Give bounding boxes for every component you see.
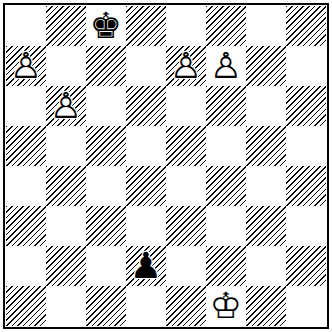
square-a6[interactable] — [6, 86, 46, 126]
square-f5[interactable] — [206, 126, 246, 166]
square-d2[interactable]: ♟♟ — [126, 246, 166, 286]
square-b2[interactable] — [46, 246, 86, 286]
square-b6[interactable]: ♟♙ — [46, 86, 86, 126]
square-a8[interactable] — [6, 6, 46, 46]
square-g1[interactable] — [246, 286, 286, 326]
square-g8[interactable] — [246, 6, 286, 46]
square-a5[interactable] — [6, 126, 46, 166]
square-c2[interactable] — [86, 246, 126, 286]
square-g4[interactable] — [246, 166, 286, 206]
square-e1[interactable] — [166, 286, 206, 326]
square-h6[interactable] — [286, 86, 326, 126]
square-c8[interactable]: ♚♚ — [86, 6, 126, 46]
piece-white-pawn[interactable]: ♙ — [46, 86, 86, 126]
piece-white-pawn[interactable]: ♙ — [206, 46, 246, 86]
piece-black-pawn[interactable]: ♟ — [126, 246, 166, 286]
square-e6[interactable] — [166, 86, 206, 126]
square-d6[interactable] — [126, 86, 166, 126]
square-f7[interactable]: ♟♙ — [206, 46, 246, 86]
square-h8[interactable] — [286, 6, 326, 46]
square-f1[interactable]: ♚♔ — [206, 286, 246, 326]
square-e5[interactable] — [166, 126, 206, 166]
square-g7[interactable] — [246, 46, 286, 86]
square-e7[interactable]: ♟♙ — [166, 46, 206, 86]
square-e4[interactable] — [166, 166, 206, 206]
square-c3[interactable] — [86, 206, 126, 246]
square-b3[interactable] — [46, 206, 86, 246]
board-frame: ♚♚♟♙♟♙♟♙♟♙♟♟♚♔ — [3, 3, 329, 329]
square-a7[interactable]: ♟♙ — [6, 46, 46, 86]
square-d7[interactable] — [126, 46, 166, 86]
piece-white-pawn[interactable]: ♙ — [6, 46, 46, 86]
square-d1[interactable] — [126, 286, 166, 326]
square-a2[interactable] — [6, 246, 46, 286]
square-h3[interactable] — [286, 206, 326, 246]
piece-white-king[interactable]: ♔ — [206, 286, 246, 326]
square-b1[interactable] — [46, 286, 86, 326]
piece-black-king[interactable]: ♚ — [86, 6, 126, 46]
square-c7[interactable] — [86, 46, 126, 86]
square-f6[interactable] — [206, 86, 246, 126]
square-f4[interactable] — [206, 166, 246, 206]
square-d8[interactable] — [126, 6, 166, 46]
square-e2[interactable] — [166, 246, 206, 286]
square-f3[interactable] — [206, 206, 246, 246]
square-d5[interactable] — [126, 126, 166, 166]
square-g2[interactable] — [246, 246, 286, 286]
square-g3[interactable] — [246, 206, 286, 246]
square-h4[interactable] — [286, 166, 326, 206]
chess-board: ♚♚♟♙♟♙♟♙♟♙♟♟♚♔ — [6, 6, 326, 326]
square-f2[interactable] — [206, 246, 246, 286]
square-e3[interactable] — [166, 206, 206, 246]
square-c1[interactable] — [86, 286, 126, 326]
square-b8[interactable] — [46, 6, 86, 46]
square-b7[interactable] — [46, 46, 86, 86]
square-a1[interactable] — [6, 286, 46, 326]
square-c4[interactable] — [86, 166, 126, 206]
piece-white-pawn[interactable]: ♙ — [166, 46, 206, 86]
square-a3[interactable] — [6, 206, 46, 246]
square-h7[interactable] — [286, 46, 326, 86]
square-d3[interactable] — [126, 206, 166, 246]
square-h1[interactable] — [286, 286, 326, 326]
square-e8[interactable] — [166, 6, 206, 46]
square-f8[interactable] — [206, 6, 246, 46]
square-a4[interactable] — [6, 166, 46, 206]
square-g6[interactable] — [246, 86, 286, 126]
square-g5[interactable] — [246, 126, 286, 166]
square-c6[interactable] — [86, 86, 126, 126]
square-b5[interactable] — [46, 126, 86, 166]
square-h2[interactable] — [286, 246, 326, 286]
square-d4[interactable] — [126, 166, 166, 206]
square-h5[interactable] — [286, 126, 326, 166]
square-b4[interactable] — [46, 166, 86, 206]
square-c5[interactable] — [86, 126, 126, 166]
